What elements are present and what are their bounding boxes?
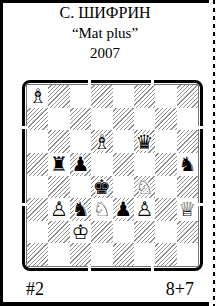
white-king-c2: ♔	[71, 222, 89, 242]
square-h7	[177, 108, 198, 131]
square-g2	[155, 221, 176, 244]
square-d8	[91, 85, 112, 108]
square-c6	[70, 130, 91, 153]
square-b2	[48, 221, 69, 244]
square-f7	[134, 108, 155, 131]
square-e5	[113, 153, 134, 176]
border-seam	[88, 265, 91, 271]
material-count-label: 8+7	[166, 279, 194, 299]
stipulation-label: #2	[26, 279, 44, 299]
square-a5	[27, 153, 48, 176]
square-c4	[70, 176, 91, 199]
square-b7	[48, 108, 69, 131]
black-pawn-c5: ♟	[71, 154, 89, 174]
square-a8: ♗	[27, 85, 48, 108]
black-rook-b5: ♜	[50, 154, 68, 174]
square-h4	[177, 176, 198, 199]
square-b5: ♜	[48, 153, 69, 176]
white-pawn-f3: ♙	[136, 199, 154, 219]
square-c1	[70, 243, 91, 266]
diagram-page: С. ШИФРИН “Mat plus” 2007 ♗♗♛♜♟♞♚♘♙♞♘♟♙♕…	[0, 0, 222, 306]
square-e7	[113, 108, 134, 131]
border-seam	[88, 80, 91, 86]
square-f6: ♛	[134, 130, 155, 153]
square-b1	[48, 243, 69, 266]
square-d5	[91, 153, 112, 176]
square-f3: ♙	[134, 198, 155, 221]
square-a7	[27, 108, 48, 131]
square-g3	[155, 198, 176, 221]
square-d6: ♗	[91, 130, 112, 153]
border-seam	[197, 126, 203, 129]
square-f4: ♘	[134, 176, 155, 199]
square-b4	[48, 176, 69, 199]
square-b8	[48, 85, 69, 108]
square-g5	[155, 153, 176, 176]
border-seam	[197, 203, 203, 206]
problem-caption: #2 8+7	[26, 279, 194, 299]
white-bishop-a8: ♗	[29, 86, 47, 106]
white-pawn-b3: ♙	[50, 199, 68, 219]
square-e6	[113, 130, 134, 153]
square-a4	[27, 176, 48, 199]
white-bishop-d6: ♗	[93, 132, 111, 152]
square-h6	[177, 130, 198, 153]
black-queen-f6: ♛	[136, 132, 154, 152]
border-seam	[151, 80, 154, 86]
black-pawn-e3: ♟	[114, 199, 132, 219]
square-c7	[70, 108, 91, 131]
square-b3: ♙	[48, 198, 69, 221]
square-h1	[177, 243, 198, 266]
author-name: С. ШИФРИН	[3, 2, 207, 23]
square-f2	[134, 221, 155, 244]
square-d7	[91, 108, 112, 131]
square-g4	[155, 176, 176, 199]
square-c3: ♞	[70, 198, 91, 221]
square-h3: ♕	[177, 198, 198, 221]
square-f5	[134, 153, 155, 176]
board-grid: ♗♗♛♜♟♞♚♘♙♞♘♟♙♕♔	[26, 84, 199, 267]
square-f1	[134, 243, 155, 266]
square-e3: ♟	[113, 198, 134, 221]
publication-year: 2007	[3, 43, 207, 63]
square-d2	[91, 221, 112, 244]
square-g6	[155, 130, 176, 153]
square-h8	[177, 85, 198, 108]
border-seam	[22, 203, 28, 206]
cut-line	[213, 0, 215, 306]
chess-board: ♗♗♛♜♟♞♚♘♙♞♘♟♙♕♔	[22, 80, 203, 271]
square-d1	[91, 243, 112, 266]
square-a1	[27, 243, 48, 266]
square-e2	[113, 221, 134, 244]
border-seam	[151, 265, 154, 271]
square-g7	[155, 108, 176, 131]
square-e1	[113, 243, 134, 266]
square-c8	[70, 85, 91, 108]
square-f8	[134, 85, 155, 108]
square-c5: ♟	[70, 153, 91, 176]
source-name: “Mat plus”	[3, 23, 207, 43]
white-queen-h3: ♕	[178, 199, 196, 219]
square-g1	[155, 243, 176, 266]
black-king-d4: ♚	[93, 177, 111, 197]
board-border: ♗♗♛♜♟♞♚♘♙♞♘♟♙♕♔	[22, 80, 203, 271]
square-b6	[48, 130, 69, 153]
white-knight-f4: ♘	[136, 177, 154, 197]
square-e8	[113, 85, 134, 108]
square-h2	[177, 221, 198, 244]
square-c2: ♔	[70, 221, 91, 244]
white-knight-d3: ♘	[93, 199, 111, 219]
square-e4	[113, 176, 134, 199]
square-a2	[27, 221, 48, 244]
problem-header: С. ШИФРИН “Mat plus” 2007	[3, 2, 207, 63]
black-knight-h5: ♞	[178, 154, 196, 174]
square-d3: ♘	[91, 198, 112, 221]
border-seam	[22, 126, 28, 129]
square-h5: ♞	[177, 153, 198, 176]
square-a6	[27, 130, 48, 153]
square-a3	[27, 198, 48, 221]
black-knight-c3: ♞	[71, 199, 89, 219]
square-g8	[155, 85, 176, 108]
square-d4: ♚	[91, 176, 112, 199]
